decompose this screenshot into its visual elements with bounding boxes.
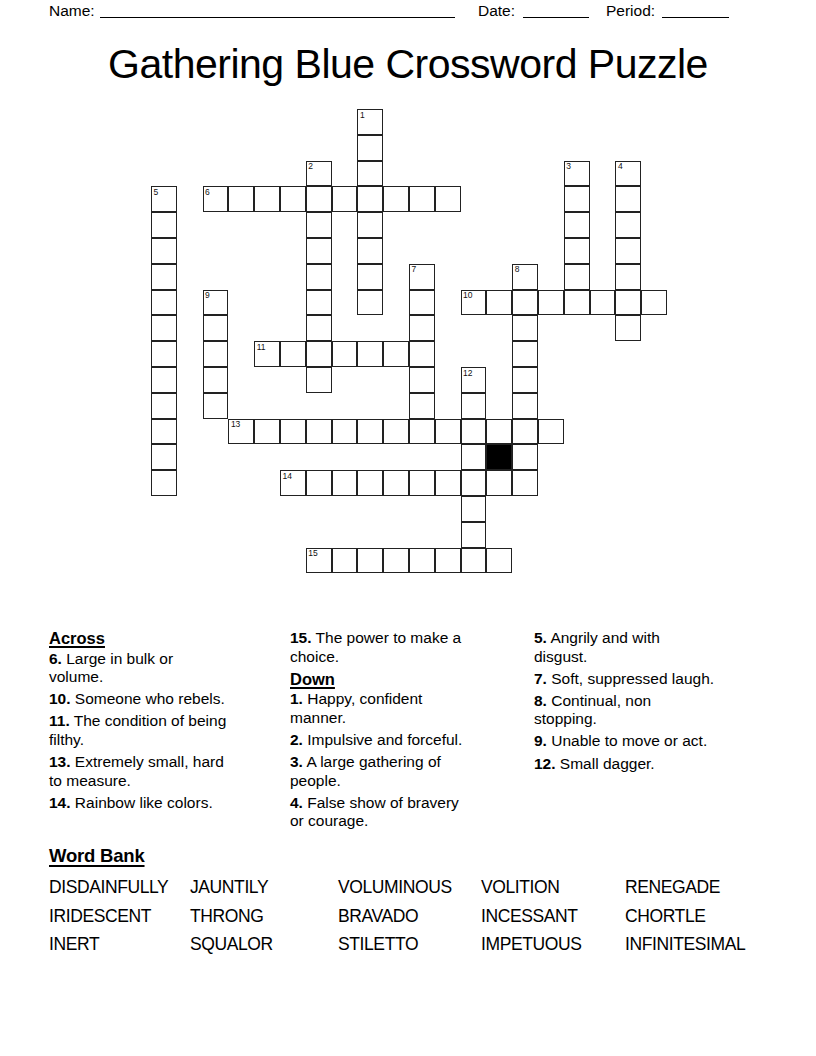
clue-number-label: 6. [49,650,62,667]
grid-cell[interactable] [280,341,306,367]
grid-cell[interactable] [357,290,383,316]
grid-cell[interactable] [357,186,383,212]
grid-cell[interactable] [357,135,383,161]
grid-cell[interactable] [461,419,487,445]
grid-cell[interactable] [461,522,487,548]
name-blank-line[interactable] [100,17,455,18]
grid-cell[interactable] [151,444,177,470]
clue-number-label: 10. [49,690,71,707]
clue-number-label: 1. [290,690,303,707]
grid-cell[interactable] [203,315,229,341]
clue-item: 7. Soft, suppressed laugh. [534,670,749,689]
word-bank-word: JAUNTILY [190,877,338,897]
grid-cell[interactable] [151,238,177,264]
word-bank-word: IMPETUOUS [481,934,625,954]
grid-cell[interactable] [409,419,435,445]
grid-cell[interactable] [306,341,332,367]
clue-number-label: 3. [290,753,303,770]
word-bank-word: VOLUMINOUS [338,877,481,897]
date-label: Date: [478,2,515,20]
clue-item: 13. Extremely small, hard to measure. [49,753,259,790]
grid-cell[interactable]: 4 [615,161,641,187]
grid-cell[interactable] [306,186,332,212]
grid-cell[interactable] [409,548,435,574]
grid-cell[interactable] [383,470,409,496]
cell-number: 15 [308,549,317,558]
grid-cell[interactable] [383,341,409,367]
grid-cell[interactable] [357,470,383,496]
grid-cell[interactable] [615,315,641,341]
grid-cell[interactable] [306,212,332,238]
grid-cell[interactable] [486,419,512,445]
grid-cell[interactable] [306,315,332,341]
clue-item: 14. Rainbow like colors. [49,794,259,813]
grid-cell[interactable] [435,548,461,574]
cell-number: 12 [463,369,472,378]
grid-cell[interactable] [512,315,538,341]
grid-cell[interactable] [383,186,409,212]
word-bank-word: INFINITESIMAL [625,934,779,954]
grid-cell[interactable] [151,367,177,393]
grid-cell[interactable] [564,238,590,264]
clue-item: 1. Happy, confident manner. [290,690,495,727]
grid-cell[interactable] [357,212,383,238]
word-bank-word: INERT [49,934,190,954]
period-blank-line[interactable] [662,17,729,18]
grid-cell[interactable] [151,290,177,316]
grid-cell[interactable]: 1 [357,109,383,135]
clue-item: 3. A large gathering of people. [290,753,495,790]
clue-number-label: 7. [534,670,547,687]
period-label: Period: [606,2,655,20]
grid-cell[interactable] [461,470,487,496]
grid-cell[interactable] [538,290,564,316]
grid-cell[interactable] [512,341,538,367]
word-bank-word: INCESSANT [481,906,625,926]
clue-item: 9. Unable to move or act. [534,732,749,751]
word-bank-word: BRAVADO [338,906,481,926]
grid-cell[interactable] [151,470,177,496]
word-bank-word: RENEGADE [625,877,779,897]
grid-cell[interactable] [332,470,358,496]
grid-cell[interactable] [332,341,358,367]
grid-cell[interactable] [564,212,590,238]
grid-cell[interactable] [280,186,306,212]
grid-cell[interactable] [151,419,177,445]
grid-cell[interactable] [435,186,461,212]
grid-cell[interactable] [203,393,229,419]
cell-number: 5 [154,188,159,197]
grid-cell[interactable] [409,186,435,212]
clue-number-label: 11. [49,712,70,729]
grid-cell[interactable] [486,548,512,574]
clue-number-label: 9. [534,732,547,749]
grid-cell[interactable] [435,470,461,496]
grid-cell[interactable] [383,419,409,445]
grid-cell[interactable] [357,341,383,367]
grid-cell[interactable] [306,419,332,445]
clue-item: 8. Continual, non stopping. [534,692,749,729]
word-bank-grid: DISDAINFULLYJAUNTILYVOLUMINOUSVOLITIONRE… [49,877,779,954]
cell-number: 11 [257,343,266,352]
date-blank-line[interactable] [523,17,589,18]
grid-cell[interactable] [306,238,332,264]
grid-cell[interactable] [461,393,487,419]
black-cell [486,444,512,470]
clue-item: 12. Small dagger. [534,755,749,774]
grid-cell[interactable] [486,290,512,316]
grid-cell[interactable] [151,315,177,341]
grid-cell[interactable]: 7 [409,264,435,290]
clue-item: 4. False show of bravery or courage. [290,794,495,831]
grid-cell[interactable] [306,290,332,316]
cell-number: 8 [515,265,520,274]
grid-cell[interactable] [409,341,435,367]
grid-cell[interactable] [409,367,435,393]
page-title: Gathering Blue Crossword Puzzle [0,40,816,88]
cell-number: 7 [412,265,417,274]
grid-cell[interactable] [538,419,564,445]
cell-number: 1 [360,111,365,120]
grid-cell[interactable]: 3 [564,161,590,187]
grid-cell[interactable] [151,212,177,238]
grid-cell[interactable] [512,419,538,445]
clue-item: 15. The power to make a choice. [290,629,495,666]
clue-column-1: Across6. Large in bulk or volume.10. Som… [49,629,259,816]
grid-cell[interactable] [512,470,538,496]
name-label: Name: [49,2,95,20]
clue-item: 5. Angrily and with disgust. [534,629,749,666]
crossword-grid: 123456789101112131415 [151,109,668,574]
word-bank: Word Bank DISDAINFULLYJAUNTILYVOLUMINOUS… [49,845,779,954]
word-bank-word: STILETTO [338,934,481,954]
grid-cell[interactable] [461,548,487,574]
grid-cell[interactable] [254,419,280,445]
grid-cell[interactable] [357,548,383,574]
grid-cell[interactable] [409,290,435,316]
grid-cell[interactable] [306,367,332,393]
grid-cell[interactable] [641,290,667,316]
grid-cell[interactable] [203,367,229,393]
grid-cell[interactable]: 15 [306,548,332,574]
grid-cell[interactable] [357,161,383,187]
grid-cell[interactable]: 10 [461,290,487,316]
cell-number: 4 [618,162,623,171]
clue-column-2: 15. The power to make a choice.Down1. Ha… [290,629,495,834]
grid-cell[interactable]: 8 [512,264,538,290]
grid-cell[interactable] [357,264,383,290]
down-heading: Down [290,670,495,689]
grid-cell[interactable] [254,186,280,212]
grid-cell[interactable] [615,290,641,316]
grid-cell[interactable]: 6 [203,186,229,212]
grid-cell[interactable] [615,264,641,290]
clue-number-label: 14. [49,794,71,811]
grid-cell[interactable] [332,419,358,445]
grid-cell[interactable] [306,264,332,290]
grid-cell[interactable] [280,419,306,445]
clue-number-label: 13. [49,753,71,770]
clue-item: 6. Large in bulk or volume. [49,650,259,687]
grid-cell[interactable] [203,341,229,367]
grid-cell[interactable]: 12 [461,367,487,393]
grid-cell[interactable] [151,264,177,290]
word-bank-word: DISDAINFULLY [49,877,190,897]
clue-number-label: 12. [534,755,556,772]
grid-cell[interactable] [615,212,641,238]
grid-cell[interactable]: 13 [228,419,254,445]
cell-number: 13 [231,420,240,429]
grid-cell[interactable] [306,470,332,496]
grid-cell[interactable]: 2 [306,161,332,187]
grid-cell[interactable] [512,444,538,470]
cell-number: 14 [283,472,292,481]
grid-cell[interactable] [383,548,409,574]
word-bank-word: IRIDESCENT [49,906,190,926]
grid-cell[interactable] [151,393,177,419]
cell-number: 2 [308,162,313,171]
grid-cell[interactable] [409,470,435,496]
clue-number-label: 2. [290,731,303,748]
clue-column-3: 5. Angrily and with disgust.7. Soft, sup… [534,629,749,777]
clue-item: 10. Someone who rebels. [49,690,259,709]
word-bank-word: CHORTLE [625,906,779,926]
cell-number: 3 [566,162,571,171]
grid-cell[interactable] [409,315,435,341]
clue-number-label: 8. [534,692,547,709]
grid-cell[interactable] [486,470,512,496]
grid-cell[interactable]: 5 [151,186,177,212]
grid-cell[interactable] [590,290,616,316]
grid-cell[interactable] [564,290,590,316]
cell-number: 10 [463,291,472,300]
clue-number-label: 5. [534,629,547,646]
word-bank-word: SQUALOR [190,934,338,954]
grid-cell[interactable] [461,496,487,522]
grid-cell[interactable] [409,393,435,419]
clue-item: 2. Impulsive and forceful. [290,731,495,750]
grid-cell[interactable] [564,264,590,290]
grid-cell[interactable] [228,186,254,212]
grid-cell[interactable] [332,186,358,212]
grid-cell[interactable] [512,367,538,393]
crossword-worksheet-page: { "game": "crossword", "header": { "name… [0,0,816,1056]
word-bank-word: THRONG [190,906,338,926]
grid-cell[interactable] [357,238,383,264]
across-heading: Across [49,629,259,648]
grid-cell[interactable]: 14 [280,470,306,496]
grid-cell[interactable] [435,419,461,445]
cell-number: 6 [205,188,210,197]
clue-number-label: 15. [290,629,312,646]
grid-cell[interactable] [615,186,641,212]
grid-cell[interactable] [332,548,358,574]
grid-cell[interactable] [461,444,487,470]
grid-cell[interactable]: 11 [254,341,280,367]
grid-cell[interactable] [512,393,538,419]
clue-item: 11. The condition of being filthy. [49,712,259,749]
grid-cell[interactable]: 9 [203,290,229,316]
grid-cell[interactable] [564,186,590,212]
grid-cell[interactable] [512,290,538,316]
grid-cell[interactable] [151,341,177,367]
cell-number: 9 [205,291,210,300]
grid-cell[interactable] [357,419,383,445]
word-bank-heading: Word Bank [49,845,779,867]
grid-cell[interactable] [615,238,641,264]
word-bank-word: VOLITION [481,877,625,897]
clue-number-label: 4. [290,794,303,811]
